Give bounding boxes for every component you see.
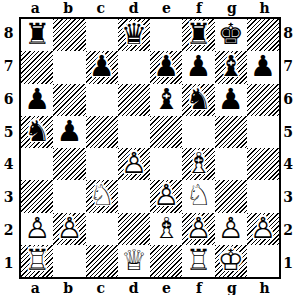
square-a6[interactable]: ♟♟ bbox=[21, 84, 53, 116]
square-h1[interactable] bbox=[247, 245, 279, 277]
piece-glyph: ♙ bbox=[247, 214, 279, 243]
chess-diagram: abcdefgh 87654321 ♜♜♛♛♜♜♚♚♟♟♟♟♟♟♝♝♟♟♟♟♝♝… bbox=[0, 0, 294, 295]
rank-label-8: 8 bbox=[0, 17, 17, 50]
white-queen-icon[interactable]: ♛♕ bbox=[118, 245, 150, 277]
piece-glyph: ♟ bbox=[150, 52, 182, 81]
square-d2[interactable] bbox=[118, 213, 150, 245]
file-label-h: h bbox=[248, 280, 281, 295]
square-g6[interactable]: ♟♟ bbox=[215, 84, 247, 116]
square-d7[interactable] bbox=[118, 51, 150, 83]
file-labels-bottom: abcdefgh bbox=[19, 280, 281, 295]
square-d6[interactable] bbox=[118, 84, 150, 116]
black-rook-icon[interactable]: ♜♜ bbox=[21, 19, 53, 51]
piece-glyph: ♚ bbox=[215, 20, 247, 49]
file-label-g: g bbox=[216, 280, 249, 295]
file-label-a: a bbox=[19, 280, 52, 295]
square-f6[interactable]: ♞♞ bbox=[182, 84, 214, 116]
square-c8[interactable] bbox=[86, 19, 118, 51]
square-a8[interactable]: ♜♜ bbox=[21, 19, 53, 51]
square-g5[interactable] bbox=[215, 116, 247, 148]
file-label-c: c bbox=[85, 0, 118, 16]
piece-glyph: ♘ bbox=[86, 181, 118, 210]
white-pawn-icon[interactable]: ♟♙ bbox=[118, 148, 150, 180]
rank-labels-right: 87654321 bbox=[282, 17, 294, 279]
piece-glyph: ♞ bbox=[182, 85, 214, 114]
white-pawn-icon[interactable]: ♟♙ bbox=[150, 180, 182, 212]
rank-label-7: 7 bbox=[282, 50, 294, 83]
square-f7[interactable]: ♟♟ bbox=[182, 51, 214, 83]
rank-label-1: 1 bbox=[0, 246, 17, 279]
square-a2[interactable]: ♟♙ bbox=[21, 213, 53, 245]
square-h4[interactable] bbox=[247, 148, 279, 180]
rank-label-6: 6 bbox=[0, 83, 17, 116]
rank-label-4: 4 bbox=[282, 148, 294, 181]
piece-glyph: ♟ bbox=[182, 52, 214, 81]
square-b4[interactable] bbox=[53, 148, 85, 180]
black-pawn-icon[interactable]: ♟♟ bbox=[247, 51, 279, 83]
piece-glyph: ♟ bbox=[21, 85, 53, 114]
piece-glyph: ♝ bbox=[150, 85, 182, 114]
square-b7[interactable] bbox=[53, 51, 85, 83]
square-g4[interactable] bbox=[215, 148, 247, 180]
square-b8[interactable] bbox=[53, 19, 85, 51]
square-c7[interactable]: ♟♟ bbox=[86, 51, 118, 83]
square-c4[interactable] bbox=[86, 148, 118, 180]
square-h6[interactable] bbox=[247, 84, 279, 116]
square-h5[interactable] bbox=[247, 116, 279, 148]
white-rook-icon[interactable]: ♜♖ bbox=[182, 245, 214, 277]
white-rook-icon[interactable]: ♜♖ bbox=[21, 245, 53, 277]
square-c1[interactable] bbox=[86, 245, 118, 277]
black-knight-icon[interactable]: ♞♞ bbox=[21, 116, 53, 148]
piece-glyph: ♙ bbox=[182, 214, 214, 243]
square-c3[interactable]: ♞♘ bbox=[86, 180, 118, 212]
file-label-d: d bbox=[117, 280, 150, 295]
white-king-icon[interactable]: ♚♔ bbox=[215, 245, 247, 277]
rank-label-5: 5 bbox=[282, 115, 294, 148]
white-pawn-icon[interactable]: ♟♙ bbox=[182, 213, 214, 245]
rank-label-2: 2 bbox=[0, 214, 17, 247]
square-d1[interactable]: ♛♕ bbox=[118, 245, 150, 277]
square-g1[interactable]: ♚♔ bbox=[215, 245, 247, 277]
file-label-a: a bbox=[19, 0, 52, 16]
square-b5[interactable]: ♟♟ bbox=[53, 116, 85, 148]
square-a7[interactable] bbox=[21, 51, 53, 83]
rank-labels-left: 87654321 bbox=[0, 17, 17, 279]
piece-glyph: ♙ bbox=[118, 149, 150, 178]
black-pawn-icon[interactable]: ♟♟ bbox=[150, 51, 182, 83]
square-e5[interactable] bbox=[150, 116, 182, 148]
file-label-e: e bbox=[150, 280, 183, 295]
piece-glyph: ♙ bbox=[150, 181, 182, 210]
square-h3[interactable] bbox=[247, 180, 279, 212]
square-f2[interactable]: ♟♙ bbox=[182, 213, 214, 245]
square-a5[interactable]: ♞♞ bbox=[21, 116, 53, 148]
square-g2[interactable]: ♟♙ bbox=[215, 213, 247, 245]
rank-label-6: 6 bbox=[282, 83, 294, 116]
square-c6[interactable] bbox=[86, 84, 118, 116]
rank-label-5: 5 bbox=[0, 115, 17, 148]
black-king-icon[interactable]: ♚♚ bbox=[215, 19, 247, 51]
piece-glyph: ♙ bbox=[215, 214, 247, 243]
file-label-d: d bbox=[117, 0, 150, 16]
file-labels-top: abcdefgh bbox=[19, 0, 281, 16]
square-d4[interactable]: ♟♙ bbox=[118, 148, 150, 180]
piece-glyph: ♖ bbox=[21, 246, 53, 275]
square-g8[interactable]: ♚♚ bbox=[215, 19, 247, 51]
white-bishop-icon[interactable]: ♝♗ bbox=[150, 213, 182, 245]
white-pawn-icon[interactable]: ♟♙ bbox=[215, 213, 247, 245]
square-e7[interactable]: ♟♟ bbox=[150, 51, 182, 83]
file-label-h: h bbox=[248, 0, 281, 16]
square-h8[interactable] bbox=[247, 19, 279, 51]
white-pawn-icon[interactable]: ♟♙ bbox=[247, 213, 279, 245]
file-label-f: f bbox=[183, 280, 216, 295]
piece-glyph: ♘ bbox=[182, 181, 214, 210]
black-pawn-icon[interactable]: ♟♟ bbox=[215, 84, 247, 116]
black-bishop-icon[interactable]: ♝♝ bbox=[215, 51, 247, 83]
rank-label-3: 3 bbox=[0, 181, 17, 214]
piece-glyph: ♞ bbox=[21, 117, 53, 146]
square-f1[interactable]: ♜♖ bbox=[182, 245, 214, 277]
piece-glyph: ♟ bbox=[86, 52, 118, 81]
white-pawn-icon[interactable]: ♟♙ bbox=[53, 213, 85, 245]
square-d8[interactable]: ♛♛ bbox=[118, 19, 150, 51]
black-pawn-icon[interactable]: ♟♟ bbox=[53, 116, 85, 148]
square-a4[interactable] bbox=[21, 148, 53, 180]
white-bishop-icon[interactable]: ♝♗ bbox=[182, 148, 214, 180]
square-g7[interactable]: ♝♝ bbox=[215, 51, 247, 83]
square-a1[interactable]: ♜♖ bbox=[21, 245, 53, 277]
white-knight-icon[interactable]: ♞♘ bbox=[182, 180, 214, 212]
square-e2[interactable]: ♝♗ bbox=[150, 213, 182, 245]
piece-glyph: ♖ bbox=[182, 246, 214, 275]
square-e8[interactable] bbox=[150, 19, 182, 51]
black-knight-icon[interactable]: ♞♞ bbox=[182, 84, 214, 116]
white-knight-icon[interactable]: ♞♘ bbox=[86, 180, 118, 212]
square-c2[interactable] bbox=[86, 213, 118, 245]
square-b6[interactable] bbox=[53, 84, 85, 116]
piece-glyph: ♙ bbox=[53, 214, 85, 243]
square-a3[interactable] bbox=[21, 180, 53, 212]
square-h7[interactable]: ♟♟ bbox=[247, 51, 279, 83]
piece-glyph: ♝ bbox=[215, 52, 247, 81]
piece-glyph: ♗ bbox=[182, 149, 214, 178]
square-e4[interactable] bbox=[150, 148, 182, 180]
square-e3[interactable]: ♟♙ bbox=[150, 180, 182, 212]
square-f3[interactable]: ♞♘ bbox=[182, 180, 214, 212]
piece-glyph: ♙ bbox=[21, 214, 53, 243]
piece-glyph: ♕ bbox=[118, 246, 150, 275]
square-g3[interactable] bbox=[215, 180, 247, 212]
piece-glyph: ♜ bbox=[182, 20, 214, 49]
piece-glyph: ♛ bbox=[118, 20, 150, 49]
rank-label-4: 4 bbox=[0, 148, 17, 181]
square-f8[interactable]: ♜♜ bbox=[182, 19, 214, 51]
rank-label-3: 3 bbox=[282, 181, 294, 214]
piece-glyph: ♗ bbox=[150, 214, 182, 243]
black-bishop-icon[interactable]: ♝♝ bbox=[150, 84, 182, 116]
square-b2[interactable]: ♟♙ bbox=[53, 213, 85, 245]
rank-label-7: 7 bbox=[0, 50, 17, 83]
square-e6[interactable]: ♝♝ bbox=[150, 84, 182, 116]
square-d5[interactable] bbox=[118, 116, 150, 148]
file-label-b: b bbox=[52, 0, 85, 16]
square-b1[interactable] bbox=[53, 245, 85, 277]
square-c5[interactable] bbox=[86, 116, 118, 148]
black-rook-icon[interactable]: ♜♜ bbox=[182, 19, 214, 51]
black-pawn-icon[interactable]: ♟♟ bbox=[86, 51, 118, 83]
file-label-c: c bbox=[85, 280, 118, 295]
piece-glyph: ♟ bbox=[215, 85, 247, 114]
white-pawn-icon[interactable]: ♟♙ bbox=[21, 213, 53, 245]
black-pawn-icon[interactable]: ♟♟ bbox=[182, 51, 214, 83]
black-pawn-icon[interactable]: ♟♟ bbox=[21, 84, 53, 116]
file-label-b: b bbox=[52, 280, 85, 295]
piece-glyph: ♜ bbox=[21, 20, 53, 49]
piece-glyph: ♟ bbox=[247, 52, 279, 81]
square-h2[interactable]: ♟♙ bbox=[247, 213, 279, 245]
file-label-f: f bbox=[183, 0, 216, 16]
square-e1[interactable] bbox=[150, 245, 182, 277]
rank-label-2: 2 bbox=[282, 214, 294, 247]
file-label-g: g bbox=[216, 0, 249, 16]
piece-glyph: ♔ bbox=[215, 246, 247, 275]
board: ♜♜♛♛♜♜♚♚♟♟♟♟♟♟♝♝♟♟♟♟♝♝♞♞♟♟♞♞♟♟♟♙♝♗♞♘♟♙♞♘… bbox=[19, 17, 281, 279]
file-label-e: e bbox=[150, 0, 183, 16]
rank-label-1: 1 bbox=[282, 246, 294, 279]
black-queen-icon[interactable]: ♛♛ bbox=[118, 19, 150, 51]
square-f5[interactable] bbox=[182, 116, 214, 148]
piece-glyph: ♟ bbox=[53, 117, 85, 146]
square-b3[interactable] bbox=[53, 180, 85, 212]
square-f4[interactable]: ♝♗ bbox=[182, 148, 214, 180]
rank-label-8: 8 bbox=[282, 17, 294, 50]
square-d3[interactable] bbox=[118, 180, 150, 212]
